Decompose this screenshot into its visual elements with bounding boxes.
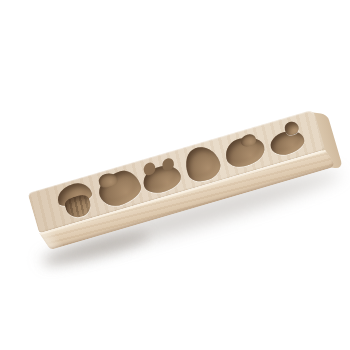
product-photo (0, 0, 350, 350)
mancala-board (27, 109, 330, 251)
pit-6-bird[interactable] (264, 118, 310, 161)
pit-5-clover[interactable] (220, 129, 268, 173)
